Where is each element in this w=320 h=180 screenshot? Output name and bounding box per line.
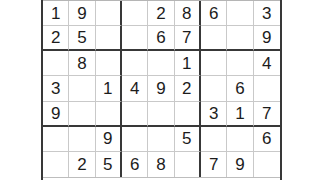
- cell-r7c2[interactable]: [69, 127, 95, 152]
- cell-r7c5[interactable]: [148, 127, 174, 152]
- cell-r8c6[interactable]: [175, 152, 201, 177]
- cell-r5c9[interactable]: [254, 76, 280, 101]
- cell-r4c8[interactable]: [227, 51, 253, 76]
- cell-r2c1[interactable]: 1: [43, 1, 69, 26]
- cell-r2c6[interactable]: 8: [175, 1, 201, 26]
- cell-r2c7[interactable]: 6: [201, 1, 227, 26]
- cell-r5c8[interactable]: 6: [227, 76, 253, 101]
- cell-r8c9[interactable]: [254, 152, 280, 177]
- cell-r2c2[interactable]: 9: [69, 1, 95, 26]
- cell-r8c2[interactable]: 2: [69, 152, 95, 177]
- cell-r4c7[interactable]: [201, 51, 227, 76]
- cell-r2c8[interactable]: [227, 1, 253, 26]
- cell-r6c2[interactable]: [69, 102, 95, 127]
- cell-r4c5[interactable]: [148, 51, 174, 76]
- sudoku-board: 192863256798143149269317956256879: [41, 0, 282, 180]
- cell-r3c6[interactable]: 7: [175, 26, 201, 51]
- cell-r8c8[interactable]: 9: [227, 152, 253, 177]
- cell-r6c9[interactable]: 7: [254, 102, 280, 127]
- cell-r3c8[interactable]: [227, 26, 253, 51]
- cell-r4c2[interactable]: 8: [69, 51, 95, 76]
- cell-r7c6[interactable]: 5: [175, 127, 201, 152]
- cell-r6c1[interactable]: 9: [43, 102, 69, 127]
- cell-r6c3[interactable]: [96, 102, 122, 127]
- cell-r6c8[interactable]: 1: [227, 102, 253, 127]
- cell-r3c3[interactable]: [96, 26, 122, 51]
- cell-r4c1[interactable]: [43, 51, 69, 76]
- cell-r7c3[interactable]: 9: [96, 127, 122, 152]
- cell-r2c5[interactable]: 2: [148, 1, 174, 26]
- cell-r5c6[interactable]: 2: [175, 76, 201, 101]
- cell-r8c4[interactable]: 6: [122, 152, 148, 177]
- cell-r5c3[interactable]: 1: [96, 76, 122, 101]
- cell-r7c9[interactable]: 6: [254, 127, 280, 152]
- cell-r5c2[interactable]: [69, 76, 95, 101]
- cell-r7c4[interactable]: [122, 127, 148, 152]
- cell-r7c7[interactable]: [201, 127, 227, 152]
- cell-r5c4[interactable]: 4: [122, 76, 148, 101]
- cell-r5c5[interactable]: 9: [148, 76, 174, 101]
- cell-r3c2[interactable]: 5: [69, 26, 95, 51]
- cell-r4c6[interactable]: 1: [175, 51, 201, 76]
- cell-r3c5[interactable]: 6: [148, 26, 174, 51]
- sudoku-cell-grid: 192863256798143149269317956256879: [43, 0, 280, 178]
- cell-r7c8[interactable]: [227, 127, 253, 152]
- cell-r8c5[interactable]: 8: [148, 152, 174, 177]
- cell-r6c6[interactable]: [175, 102, 201, 127]
- cell-r2c4[interactable]: [122, 1, 148, 26]
- cell-r2c9[interactable]: 3: [254, 1, 280, 26]
- cell-r4c4[interactable]: [122, 51, 148, 76]
- cell-r3c1[interactable]: 2: [43, 26, 69, 51]
- cell-r8c3[interactable]: 5: [96, 152, 122, 177]
- cell-r6c5[interactable]: [148, 102, 174, 127]
- cell-r5c7[interactable]: [201, 76, 227, 101]
- cell-r4c9[interactable]: 4: [254, 51, 280, 76]
- cell-r2c3[interactable]: [96, 1, 122, 26]
- cell-r8c7[interactable]: 7: [201, 152, 227, 177]
- cell-r6c4[interactable]: [122, 102, 148, 127]
- page-background: 192863256798143149269317956256879: [0, 0, 320, 180]
- cell-r8c1[interactable]: [43, 152, 69, 177]
- cell-r3c7[interactable]: [201, 26, 227, 51]
- cell-r7c1[interactable]: [43, 127, 69, 152]
- cell-r5c1[interactable]: 3: [43, 76, 69, 101]
- cell-r6c7[interactable]: 3: [201, 102, 227, 127]
- cell-r3c4[interactable]: [122, 26, 148, 51]
- cell-r4c3[interactable]: [96, 51, 122, 76]
- cell-r3c9[interactable]: 9: [254, 26, 280, 51]
